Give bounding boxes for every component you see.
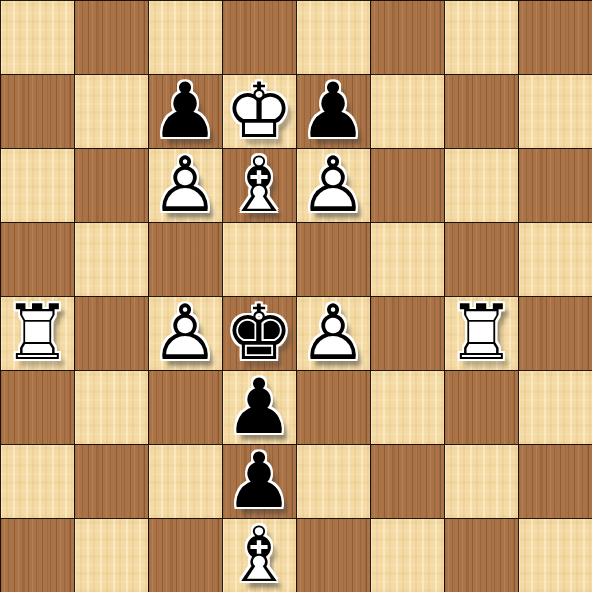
square-d7[interactable]: ♚♔ <box>222 74 296 148</box>
square-f6[interactable] <box>370 148 444 222</box>
square-g8[interactable] <box>444 0 518 74</box>
square-f5[interactable] <box>370 222 444 296</box>
square-b5[interactable] <box>74 222 148 296</box>
square-d5[interactable] <box>222 222 296 296</box>
square-e8[interactable] <box>296 0 370 74</box>
black-pawn-icon: ♟ <box>148 74 222 148</box>
black-pawn-e7[interactable]: ♟ <box>296 74 370 148</box>
black-pawn-icon: ♟ <box>222 370 296 444</box>
square-c1[interactable] <box>148 518 222 592</box>
square-a3[interactable] <box>0 370 74 444</box>
square-g5[interactable] <box>444 222 518 296</box>
black-pawn-d2[interactable]: ♟ <box>222 444 296 518</box>
white-rook-g4[interactable]: ♜♖ <box>444 296 518 370</box>
square-d8[interactable] <box>222 0 296 74</box>
square-b3[interactable] <box>74 370 148 444</box>
white-bishop-outline-icon: ♗ <box>222 518 296 592</box>
square-a2[interactable] <box>0 444 74 518</box>
square-g7[interactable] <box>444 74 518 148</box>
black-pawn-icon: ♟ <box>222 444 296 518</box>
square-f1[interactable] <box>370 518 444 592</box>
white-bishop-outline-icon: ♗ <box>222 148 296 222</box>
square-b6[interactable] <box>74 148 148 222</box>
white-pawn-e6[interactable]: ♟♙ <box>296 148 370 222</box>
white-pawn-e4[interactable]: ♟♙ <box>296 296 370 370</box>
black-king-d4[interactable]: ♚ <box>222 296 296 370</box>
square-a4[interactable]: ♜♖ <box>0 296 74 370</box>
white-rook-outline-icon: ♖ <box>444 296 518 370</box>
square-h2[interactable] <box>518 444 592 518</box>
chess-board: ♟♚♔♟♟♙♝♗♟♙♜♖♟♙♚♟♙♜♖♟♟♝♗ <box>0 0 592 592</box>
square-g4[interactable]: ♜♖ <box>444 296 518 370</box>
black-king-icon: ♚ <box>222 296 296 370</box>
square-g6[interactable] <box>444 148 518 222</box>
square-a8[interactable] <box>0 0 74 74</box>
black-pawn-d3[interactable]: ♟ <box>222 370 296 444</box>
white-pawn-c4[interactable]: ♟♙ <box>148 296 222 370</box>
square-e1[interactable] <box>296 518 370 592</box>
square-h6[interactable] <box>518 148 592 222</box>
square-h4[interactable] <box>518 296 592 370</box>
white-pawn-outline-icon: ♙ <box>296 296 370 370</box>
square-e6[interactable]: ♟♙ <box>296 148 370 222</box>
white-pawn-c6[interactable]: ♟♙ <box>148 148 222 222</box>
black-pawn-icon: ♟ <box>296 74 370 148</box>
square-d2[interactable]: ♟ <box>222 444 296 518</box>
square-h1[interactable] <box>518 518 592 592</box>
square-a6[interactable] <box>0 148 74 222</box>
square-f7[interactable] <box>370 74 444 148</box>
square-a1[interactable] <box>0 518 74 592</box>
square-h3[interactable] <box>518 370 592 444</box>
white-pawn-outline-icon: ♙ <box>296 148 370 222</box>
white-rook-outline-icon: ♖ <box>0 296 74 370</box>
square-f8[interactable] <box>370 0 444 74</box>
white-king-outline-icon: ♔ <box>222 74 296 148</box>
square-b2[interactable] <box>74 444 148 518</box>
square-b7[interactable] <box>74 74 148 148</box>
square-d6[interactable]: ♝♗ <box>222 148 296 222</box>
square-c4[interactable]: ♟♙ <box>148 296 222 370</box>
chess-board-wrapper: ♟♚♔♟♟♙♝♗♟♙♜♖♟♙♚♟♙♜♖♟♟♝♗ <box>0 0 592 592</box>
square-e3[interactable] <box>296 370 370 444</box>
square-c2[interactable] <box>148 444 222 518</box>
white-pawn-outline-icon: ♙ <box>148 148 222 222</box>
square-h5[interactable] <box>518 222 592 296</box>
square-g1[interactable] <box>444 518 518 592</box>
square-g2[interactable] <box>444 444 518 518</box>
white-king-d7[interactable]: ♚♔ <box>222 74 296 148</box>
square-c6[interactable]: ♟♙ <box>148 148 222 222</box>
white-bishop-d1[interactable]: ♝♗ <box>222 518 296 592</box>
square-e7[interactable]: ♟ <box>296 74 370 148</box>
square-e2[interactable] <box>296 444 370 518</box>
square-h8[interactable] <box>518 0 592 74</box>
square-c3[interactable] <box>148 370 222 444</box>
square-f3[interactable] <box>370 370 444 444</box>
white-pawn-outline-icon: ♙ <box>148 296 222 370</box>
square-h7[interactable] <box>518 74 592 148</box>
square-c5[interactable] <box>148 222 222 296</box>
black-pawn-c7[interactable]: ♟ <box>148 74 222 148</box>
square-b8[interactable] <box>74 0 148 74</box>
square-a5[interactable] <box>0 222 74 296</box>
white-rook-a4[interactable]: ♜♖ <box>0 296 74 370</box>
square-f2[interactable] <box>370 444 444 518</box>
square-d3[interactable]: ♟ <box>222 370 296 444</box>
square-g3[interactable] <box>444 370 518 444</box>
square-f4[interactable] <box>370 296 444 370</box>
white-bishop-d6[interactable]: ♝♗ <box>222 148 296 222</box>
square-c8[interactable] <box>148 0 222 74</box>
square-e4[interactable]: ♟♙ <box>296 296 370 370</box>
square-d4[interactable]: ♚ <box>222 296 296 370</box>
square-b1[interactable] <box>74 518 148 592</box>
square-b4[interactable] <box>74 296 148 370</box>
square-e5[interactable] <box>296 222 370 296</box>
square-d1[interactable]: ♝♗ <box>222 518 296 592</box>
square-c7[interactable]: ♟ <box>148 74 222 148</box>
square-a7[interactable] <box>0 74 74 148</box>
